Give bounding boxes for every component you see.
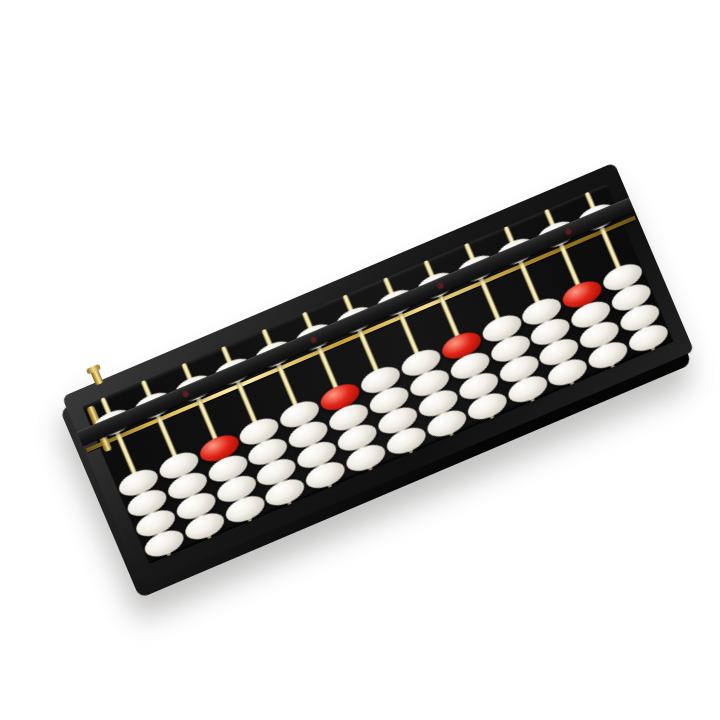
product-photo-scene [0, 0, 720, 720]
abacus-board [62, 162, 694, 585]
reset-pin[interactable] [90, 369, 103, 386]
unit-dot-rod-12 [565, 228, 572, 235]
reset-pin-head [86, 364, 101, 375]
unit-dot-rod-9 [437, 282, 444, 289]
unit-dot-rod-3 [183, 390, 190, 397]
soroban [62, 162, 694, 585]
unit-dot-rod-6 [310, 336, 317, 343]
